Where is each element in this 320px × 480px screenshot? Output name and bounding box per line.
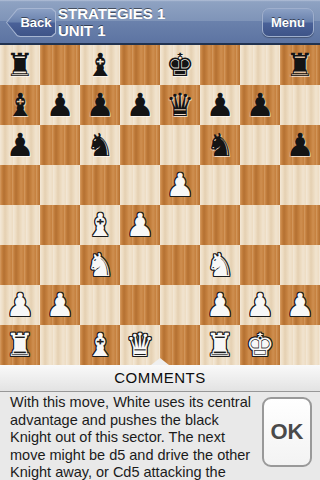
white-pawn: ♟ [46,285,75,325]
square-f2[interactable]: ♟ [200,285,240,325]
square-e2[interactable] [160,285,200,325]
ok-button[interactable]: OK [262,397,312,467]
black-bishop: ♝ [86,45,115,85]
square-b3[interactable] [40,245,80,285]
black-pawn: ♟ [206,85,235,125]
square-g6[interactable] [240,125,280,165]
square-h7[interactable] [280,85,320,125]
comments-header: COMMENTS [0,365,320,392]
square-c4[interactable]: ♝ [80,205,120,245]
square-f1[interactable]: ♜ [200,325,240,365]
page-title-line2: UNIT 1 [58,22,165,39]
square-b2[interactable]: ♟ [40,285,80,325]
comments-panel: With this move, White uses its central a… [0,392,320,480]
square-d2[interactable] [120,285,160,325]
square-c1[interactable]: ♝ [80,325,120,365]
page-title: STRATEGIES 1 UNIT 1 [58,5,165,39]
square-a1[interactable]: ♜ [0,325,40,365]
square-g4[interactable] [240,205,280,245]
square-c8[interactable]: ♝ [80,45,120,85]
comments-title: COMMENTS [114,369,206,386]
black-pawn: ♟ [86,85,115,125]
black-knight: ♞ [86,125,115,165]
square-a3[interactable] [0,245,40,285]
square-f8[interactable] [200,45,240,85]
square-d7[interactable]: ♟ [120,85,160,125]
black-pawn: ♟ [46,85,75,125]
square-f5[interactable] [200,165,240,205]
white-pawn: ♟ [206,285,235,325]
square-b1[interactable] [40,325,80,365]
square-h8[interactable]: ♜ [280,45,320,85]
square-h6[interactable]: ♟ [280,125,320,165]
square-g8[interactable] [240,45,280,85]
square-h2[interactable]: ♟ [280,285,320,325]
square-a2[interactable]: ♟ [0,285,40,325]
square-c6[interactable]: ♞ [80,125,120,165]
square-e6[interactable] [160,125,200,165]
square-d8[interactable] [120,45,160,85]
square-c2[interactable] [80,285,120,325]
square-e3[interactable] [160,245,200,285]
square-h3[interactable] [280,245,320,285]
black-queen: ♛ [166,85,195,125]
square-f6[interactable]: ♞ [200,125,240,165]
square-g2[interactable]: ♟ [240,285,280,325]
white-pawn: ♟ [6,285,35,325]
square-d6[interactable] [120,125,160,165]
white-bishop: ♝ [86,325,115,365]
navigation-bar: Back STRATEGIES 1 UNIT 1 Menu [0,0,320,45]
chess-board: ♜♝♚♜♝♟♟♟♛♟♟♟♞♞♟♟♝♟♞♞♟♟♟♟♟♜♝♛♜♚ [0,45,320,365]
square-a6[interactable]: ♟ [0,125,40,165]
comment-text: With this move, White uses its central a… [10,394,262,480]
black-king: ♚ [166,45,195,85]
square-g1[interactable]: ♚ [240,325,280,365]
square-b7[interactable]: ♟ [40,85,80,125]
square-b6[interactable] [40,125,80,165]
white-king: ♚ [246,325,275,365]
square-g5[interactable] [240,165,280,205]
black-pawn: ♟ [286,125,315,165]
square-a4[interactable] [0,205,40,245]
white-knight: ♞ [86,245,115,285]
square-c3[interactable]: ♞ [80,245,120,285]
square-h4[interactable] [280,205,320,245]
caret-up-icon [151,358,169,365]
square-c5[interactable] [80,165,120,205]
black-knight: ♞ [206,125,235,165]
square-f3[interactable]: ♞ [200,245,240,285]
square-d4[interactable]: ♟ [120,205,160,245]
square-a8[interactable]: ♜ [0,45,40,85]
square-g7[interactable]: ♟ [240,85,280,125]
white-pawn: ♟ [166,165,195,205]
square-f4[interactable] [200,205,240,245]
square-b4[interactable] [40,205,80,245]
square-e4[interactable] [160,205,200,245]
square-b8[interactable] [40,45,80,85]
square-c7[interactable]: ♟ [80,85,120,125]
black-bishop: ♝ [6,85,35,125]
black-rook: ♜ [6,45,35,85]
white-rook: ♜ [206,325,235,365]
black-pawn: ♟ [126,85,155,125]
square-g3[interactable] [240,245,280,285]
square-b5[interactable] [40,165,80,205]
square-d3[interactable] [120,245,160,285]
white-knight: ♞ [206,245,235,285]
square-e5[interactable]: ♟ [160,165,200,205]
black-pawn: ♟ [6,125,35,165]
square-f7[interactable]: ♟ [200,85,240,125]
menu-button[interactable]: Menu [262,8,314,37]
back-button-label: Back [16,8,56,37]
white-pawn: ♟ [286,285,315,325]
white-pawn: ♟ [126,205,155,245]
white-bishop: ♝ [86,205,115,245]
square-a7[interactable]: ♝ [0,85,40,125]
square-e7[interactable]: ♛ [160,85,200,125]
white-rook: ♜ [6,325,35,365]
white-pawn: ♟ [246,285,275,325]
back-button[interactable]: Back [6,8,56,37]
page-title-line1: STRATEGIES 1 [58,5,165,22]
square-d5[interactable] [120,165,160,205]
square-a5[interactable] [0,165,40,205]
square-e8[interactable]: ♚ [160,45,200,85]
square-h1[interactable] [280,325,320,365]
square-h5[interactable] [280,165,320,205]
black-pawn: ♟ [246,85,275,125]
black-rook: ♜ [286,45,315,85]
